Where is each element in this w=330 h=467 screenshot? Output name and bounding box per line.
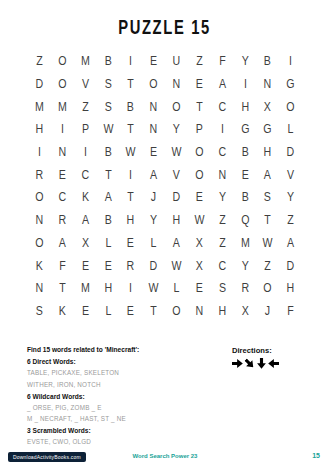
grid-cell: W — [258, 232, 277, 255]
word-list: Find 15 words related to 'Minecraft': 6 … — [27, 346, 227, 450]
grid-cell: P — [75, 118, 94, 141]
grid-cell: N — [258, 73, 277, 96]
grid-cell: H — [30, 118, 49, 141]
page-footer: DownloadActivityBooks.com Word Search Po… — [0, 452, 330, 464]
grid-cell: A — [281, 232, 300, 255]
grid-cell: F — [53, 254, 72, 277]
grid-cell: W — [144, 277, 163, 300]
grid-cell: D — [281, 254, 300, 277]
arrow-left-icon — [268, 358, 279, 369]
grid-cell: B — [235, 141, 254, 164]
grid-cell: V — [75, 73, 94, 96]
grid-cell: E — [53, 163, 72, 186]
grid-cell: Z — [281, 209, 300, 232]
grid-cell: L — [167, 277, 186, 300]
arrow-down-icon — [256, 358, 267, 369]
grid-cell: E — [75, 254, 94, 277]
page-title: PUZZLE 15 — [119, 17, 212, 40]
grid-cell: W — [98, 118, 117, 141]
grid-cell: O — [190, 163, 209, 186]
grid-cell: S — [258, 186, 277, 209]
grid-cell: N — [53, 141, 72, 164]
page-header: PUZZLE 15 — [0, 0, 330, 44]
grid-cell: E — [121, 232, 140, 255]
grid-cell: Y — [235, 254, 254, 277]
grid-cell: A — [53, 232, 72, 255]
scrambled-words-label: 3 Scrambled Words: — [27, 427, 227, 434]
grid-cell: D — [281, 141, 300, 164]
grid-cell: Y — [167, 118, 186, 141]
grid-cell: B — [235, 186, 254, 209]
direct-words-line: TABLE, PICKAXE, SKELETON — [27, 369, 227, 376]
grid-cell: V — [281, 163, 300, 186]
grid-cell: N — [167, 73, 186, 96]
grid-cell: Y — [281, 186, 300, 209]
grid-cell: B — [121, 95, 140, 118]
grid-cell: Z — [30, 50, 49, 73]
grid-cell: B — [258, 50, 277, 73]
grid-cell: N — [30, 209, 49, 232]
grid-cell: I — [121, 50, 140, 73]
wildcard-words-line: _ ORSE, PIG, ZOMB _ E — [27, 404, 227, 411]
grid-cell: O — [167, 95, 186, 118]
grid-cell: F — [212, 50, 231, 73]
grid-cell: J — [258, 300, 277, 323]
grid-cell: I — [121, 277, 140, 300]
grid-cell: A — [98, 186, 117, 209]
grid-cell: D — [30, 73, 49, 96]
book-title: Word Search Power 23 — [0, 453, 330, 459]
grid-cell: M — [30, 95, 49, 118]
wildcard-words-line: M _ NECRAFT, _ HAST, ST _ NE — [27, 415, 227, 422]
grid-cell: O — [281, 95, 300, 118]
grid-cell: Z — [190, 50, 209, 73]
grid-cell: O — [167, 300, 186, 323]
grid-cell: R — [30, 163, 49, 186]
grid-cell: P — [190, 118, 209, 141]
grid-cell: H — [167, 209, 186, 232]
grid-cell: X — [235, 300, 254, 323]
grid-cell: X — [190, 232, 209, 255]
grid-cell: T — [53, 277, 72, 300]
grid-cell: G — [258, 118, 277, 141]
grid-cell: L — [98, 232, 117, 255]
grid-cell: B — [98, 209, 117, 232]
grid-cell: B — [98, 50, 117, 73]
grid-cell: T — [98, 163, 117, 186]
grid-cell: H — [258, 141, 277, 164]
direct-words-line: WITHER, IRON, NOTCH — [27, 381, 227, 388]
grid-cell: L — [144, 232, 163, 255]
grid-cell: O — [30, 232, 49, 255]
grid-cell: C — [75, 163, 94, 186]
grid-cell: I — [121, 163, 140, 186]
grid-cell: L — [281, 118, 300, 141]
grid-cell: S — [98, 73, 117, 96]
grid-cell: C — [212, 141, 231, 164]
grid-cell: K — [30, 254, 49, 277]
grid-cell: F — [281, 300, 300, 323]
grid-cell: N — [144, 95, 163, 118]
grid-cell: X — [258, 95, 277, 118]
grid-cell: O — [258, 277, 277, 300]
grid-cell: T — [258, 209, 277, 232]
grid-cell: S — [30, 300, 49, 323]
grid-cell: R — [235, 277, 254, 300]
grid-cell: M — [53, 95, 72, 118]
grid-cell: E — [235, 163, 254, 186]
grid-cell: I — [30, 141, 49, 164]
grid-cell: A — [144, 163, 163, 186]
grid-cell: M — [75, 277, 94, 300]
grid-cell: D — [144, 254, 163, 277]
grid-cell: X — [75, 232, 94, 255]
grid-cell: I — [281, 50, 300, 73]
grid-cell: Y — [144, 209, 163, 232]
grid-cell: E — [144, 141, 163, 164]
grid-cell: A — [258, 163, 277, 186]
grid-cell: H — [121, 209, 140, 232]
grid-cell: Z — [258, 254, 277, 277]
grid-cell: A — [212, 73, 231, 96]
grid-cell: H — [281, 277, 300, 300]
grid-cell: I — [235, 73, 254, 96]
grid-cell: O — [53, 73, 72, 96]
grid-cell: R — [53, 209, 72, 232]
page-number: 15 — [312, 452, 320, 459]
grid-cell: A — [75, 209, 94, 232]
scrambled-words-line: EVSTE, CWO, OLGD — [27, 438, 227, 445]
grid-cell: Z — [212, 232, 231, 255]
grid-cell: Z — [75, 95, 94, 118]
grid-cell: N — [30, 277, 49, 300]
arrow-down-right-icon — [242, 356, 258, 372]
word-list-heading: Find 15 words related to 'Minecraft': — [27, 346, 227, 353]
directions-panel: Directions: — [232, 346, 302, 369]
grid-cell: S — [98, 95, 117, 118]
grid-cell: T — [190, 95, 209, 118]
grid-cell: D — [167, 186, 186, 209]
grid-cell: O — [190, 141, 209, 164]
grid-cell: W — [190, 209, 209, 232]
grid-cell: C — [212, 254, 231, 277]
grid-cell: I — [212, 118, 231, 141]
grid-cell: A — [167, 232, 186, 255]
grid-cell: U — [167, 50, 186, 73]
grid-cell: Q — [235, 209, 254, 232]
wildcard-words-label: 6 Wildcard Words: — [27, 393, 227, 400]
grid-cell: E — [98, 254, 117, 277]
grid-cell: T — [121, 118, 140, 141]
grid-cell: R — [121, 254, 140, 277]
directions-label: Directions: — [232, 346, 302, 355]
grid-cell: Y — [235, 50, 254, 73]
grid-cell: N — [212, 163, 231, 186]
grid-cell: L — [98, 300, 117, 323]
grid-cell: I — [53, 118, 72, 141]
grid-cell: M — [75, 50, 94, 73]
grid-cell: H — [212, 300, 231, 323]
grid-cell: N — [144, 118, 163, 141]
grid-cell: Y — [212, 186, 231, 209]
direct-words-label: 6 Direct Words: — [27, 358, 227, 365]
grid-cell: G — [281, 73, 300, 96]
grid-cell: J — [144, 186, 163, 209]
grid-cell: H — [98, 277, 117, 300]
grid-cell: V — [167, 163, 186, 186]
grid-cell: K — [75, 186, 94, 209]
grid-cell: W — [167, 254, 186, 277]
grid-cell: O — [144, 73, 163, 96]
grid-cell: Z — [212, 209, 231, 232]
grid-cell: T — [144, 300, 163, 323]
grid-cell: O — [53, 50, 72, 73]
grid-cell: W — [167, 141, 186, 164]
puzzle-page: PUZZLE 15 ZOMBIEUZFYBIDOVSTONEAINGMMZSBN… — [0, 0, 330, 467]
letter-grid: ZOMBIEUZFYBIDOVSTONEAINGMMZSBNOTCHXOHIPW… — [28, 50, 302, 322]
grid-cell: S — [212, 277, 231, 300]
grid-cell: B — [98, 141, 117, 164]
grid-cell: E — [190, 73, 209, 96]
grid-cell: T — [121, 186, 140, 209]
directions-arrows — [232, 358, 302, 369]
grid-cell: N — [190, 300, 209, 323]
grid-cell: X — [190, 254, 209, 277]
grid-cell: E — [144, 50, 163, 73]
grid-cell: H — [235, 95, 254, 118]
grid-cell: I — [75, 141, 94, 164]
grid-cell: E — [75, 300, 94, 323]
grid-cell: C — [53, 186, 72, 209]
grid-cell: O — [30, 186, 49, 209]
grid-cell: T — [121, 73, 140, 96]
grid-cell: W — [121, 141, 140, 164]
grid-cell: G — [235, 118, 254, 141]
grid-cell: E — [190, 186, 209, 209]
grid-cell: E — [121, 300, 140, 323]
grid-cell: E — [190, 277, 209, 300]
grid-cell: C — [212, 95, 231, 118]
grid-cell: K — [53, 300, 72, 323]
grid-cell: M — [235, 232, 254, 255]
